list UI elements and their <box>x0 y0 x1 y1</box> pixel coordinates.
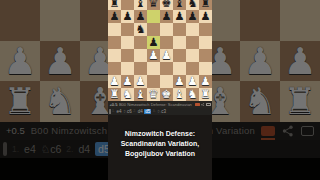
square-d7[interactable] <box>147 10 160 23</box>
square-c5[interactable] <box>134 36 147 49</box>
square-f4[interactable] <box>173 49 186 62</box>
square-b1[interactable]: ♞ <box>121 88 134 101</box>
square-e4[interactable]: ♟ <box>160 49 173 62</box>
square-b5[interactable] <box>121 36 134 49</box>
square-c1[interactable]: ♝ <box>134 88 147 101</box>
square-h7[interactable]: ♟ <box>199 10 212 23</box>
caption-line-1: Nimzowitch Defense: <box>108 129 212 139</box>
chessboard: ♜♝♛♚♝♞♜♟♟♟♟♟♟♟♞♟♟♟♟♟♟♟♟♟♜♞♝♛♚♝♞♜ <box>108 0 212 101</box>
square-a1[interactable]: ♜ <box>108 88 121 101</box>
square-c6[interactable]: ♞ <box>134 23 147 36</box>
square-h6[interactable] <box>199 23 212 36</box>
book-tab-icon[interactable] <box>195 103 200 107</box>
square-a6[interactable] <box>108 23 121 36</box>
square-a4[interactable] <box>108 49 121 62</box>
square-f7[interactable]: ♟ <box>173 10 186 23</box>
white-king: ♚ <box>160 88 173 101</box>
white-pawn: ♟ <box>160 49 173 62</box>
black-pawn: ♟ <box>108 10 121 23</box>
move-d5[interactable]: d5 <box>144 109 151 114</box>
square-f5[interactable] <box>173 36 186 49</box>
white-knight: ♞ <box>121 88 134 101</box>
square-g4[interactable] <box>186 49 199 62</box>
square-d8[interactable]: ♛ <box>147 0 160 10</box>
board-analysis-icon[interactable] <box>206 103 211 107</box>
black-knight: ♞ <box>134 23 147 36</box>
square-h4[interactable] <box>199 49 212 62</box>
square-f6[interactable] <box>173 23 186 36</box>
move-c3[interactable]: ♘c3 <box>157 109 166 114</box>
square-g5[interactable] <box>186 36 199 49</box>
white-rook: ♜ <box>199 88 212 101</box>
square-b6[interactable] <box>121 23 134 36</box>
move-d4[interactable]: d4 <box>138 109 143 114</box>
move-bar: 1.e4♘c62.d4d53.♘c3 <box>108 108 212 115</box>
square-h5[interactable] <box>199 36 212 49</box>
square-g1[interactable]: ♞ <box>186 88 199 101</box>
white-queen: ♛ <box>147 88 160 101</box>
square-f1[interactable]: ♝ <box>173 88 186 101</box>
square-h1[interactable]: ♜ <box>199 88 212 101</box>
black-pawn: ♟ <box>121 10 134 23</box>
square-c4[interactable] <box>134 49 147 62</box>
white-knight: ♞ <box>186 88 199 101</box>
white-pawn: ♟ <box>147 49 160 62</box>
analysis-tab-icons <box>195 103 211 107</box>
share-nodes-icon[interactable] <box>201 103 205 107</box>
black-pawn: ♟ <box>173 10 186 23</box>
white-bishop: ♝ <box>134 88 147 101</box>
white-rook: ♜ <box>108 88 121 101</box>
square-a7[interactable]: ♟ <box>108 10 121 23</box>
move-e4[interactable]: e4 <box>116 109 121 114</box>
center-video-column: ♜♝♛♚♝♞♜♟♟♟♟♟♟♟♞♟♟♟♟♟♟♟♟♟♜♞♝♛♚♝♞♜ +0.5 B0… <box>108 0 212 180</box>
white-bishop: ♝ <box>173 88 186 101</box>
move-number: 1. <box>112 109 115 113</box>
opening-name: B00 Nimzowitsch Defense: Scandinavian Va… <box>119 102 193 107</box>
evaluation-value: +0.5 <box>110 102 118 107</box>
move-number: 2. <box>133 109 136 113</box>
square-g6[interactable] <box>186 23 199 36</box>
square-b4[interactable] <box>121 49 134 62</box>
move-c6[interactable]: ♘c6 <box>123 109 132 114</box>
video-frame: ♟♟♟♟♟♟♜♞♝♛♚♝♞♜ +0.5 B00 Nimzowitsch Defe… <box>0 0 320 180</box>
square-e6[interactable] <box>160 23 173 36</box>
black-queen: ♛ <box>147 0 160 10</box>
caption-line-3: Bogoljubov Variation <box>108 149 212 159</box>
move-list-scroll-handle[interactable] <box>109 109 111 114</box>
square-b7[interactable]: ♟ <box>121 10 134 23</box>
square-e7[interactable]: ♟ <box>160 10 173 23</box>
square-g7[interactable]: ♟ <box>186 10 199 23</box>
caption-line-2: Scandinavian Variation, <box>108 139 212 149</box>
black-pawn: ♟ <box>186 10 199 23</box>
move-number: 3. <box>153 109 156 113</box>
square-d3[interactable] <box>147 62 160 75</box>
square-a5[interactable] <box>108 36 121 49</box>
black-pawn: ♟ <box>199 10 212 23</box>
square-e3[interactable] <box>160 62 173 75</box>
caption-text: Nimzowitch Defense: Scandinavian Variati… <box>108 129 212 159</box>
square-d1[interactable]: ♛ <box>147 88 160 101</box>
square-d4[interactable]: ♟ <box>147 49 160 62</box>
black-pawn: ♟ <box>160 10 173 23</box>
square-e1[interactable]: ♚ <box>160 88 173 101</box>
